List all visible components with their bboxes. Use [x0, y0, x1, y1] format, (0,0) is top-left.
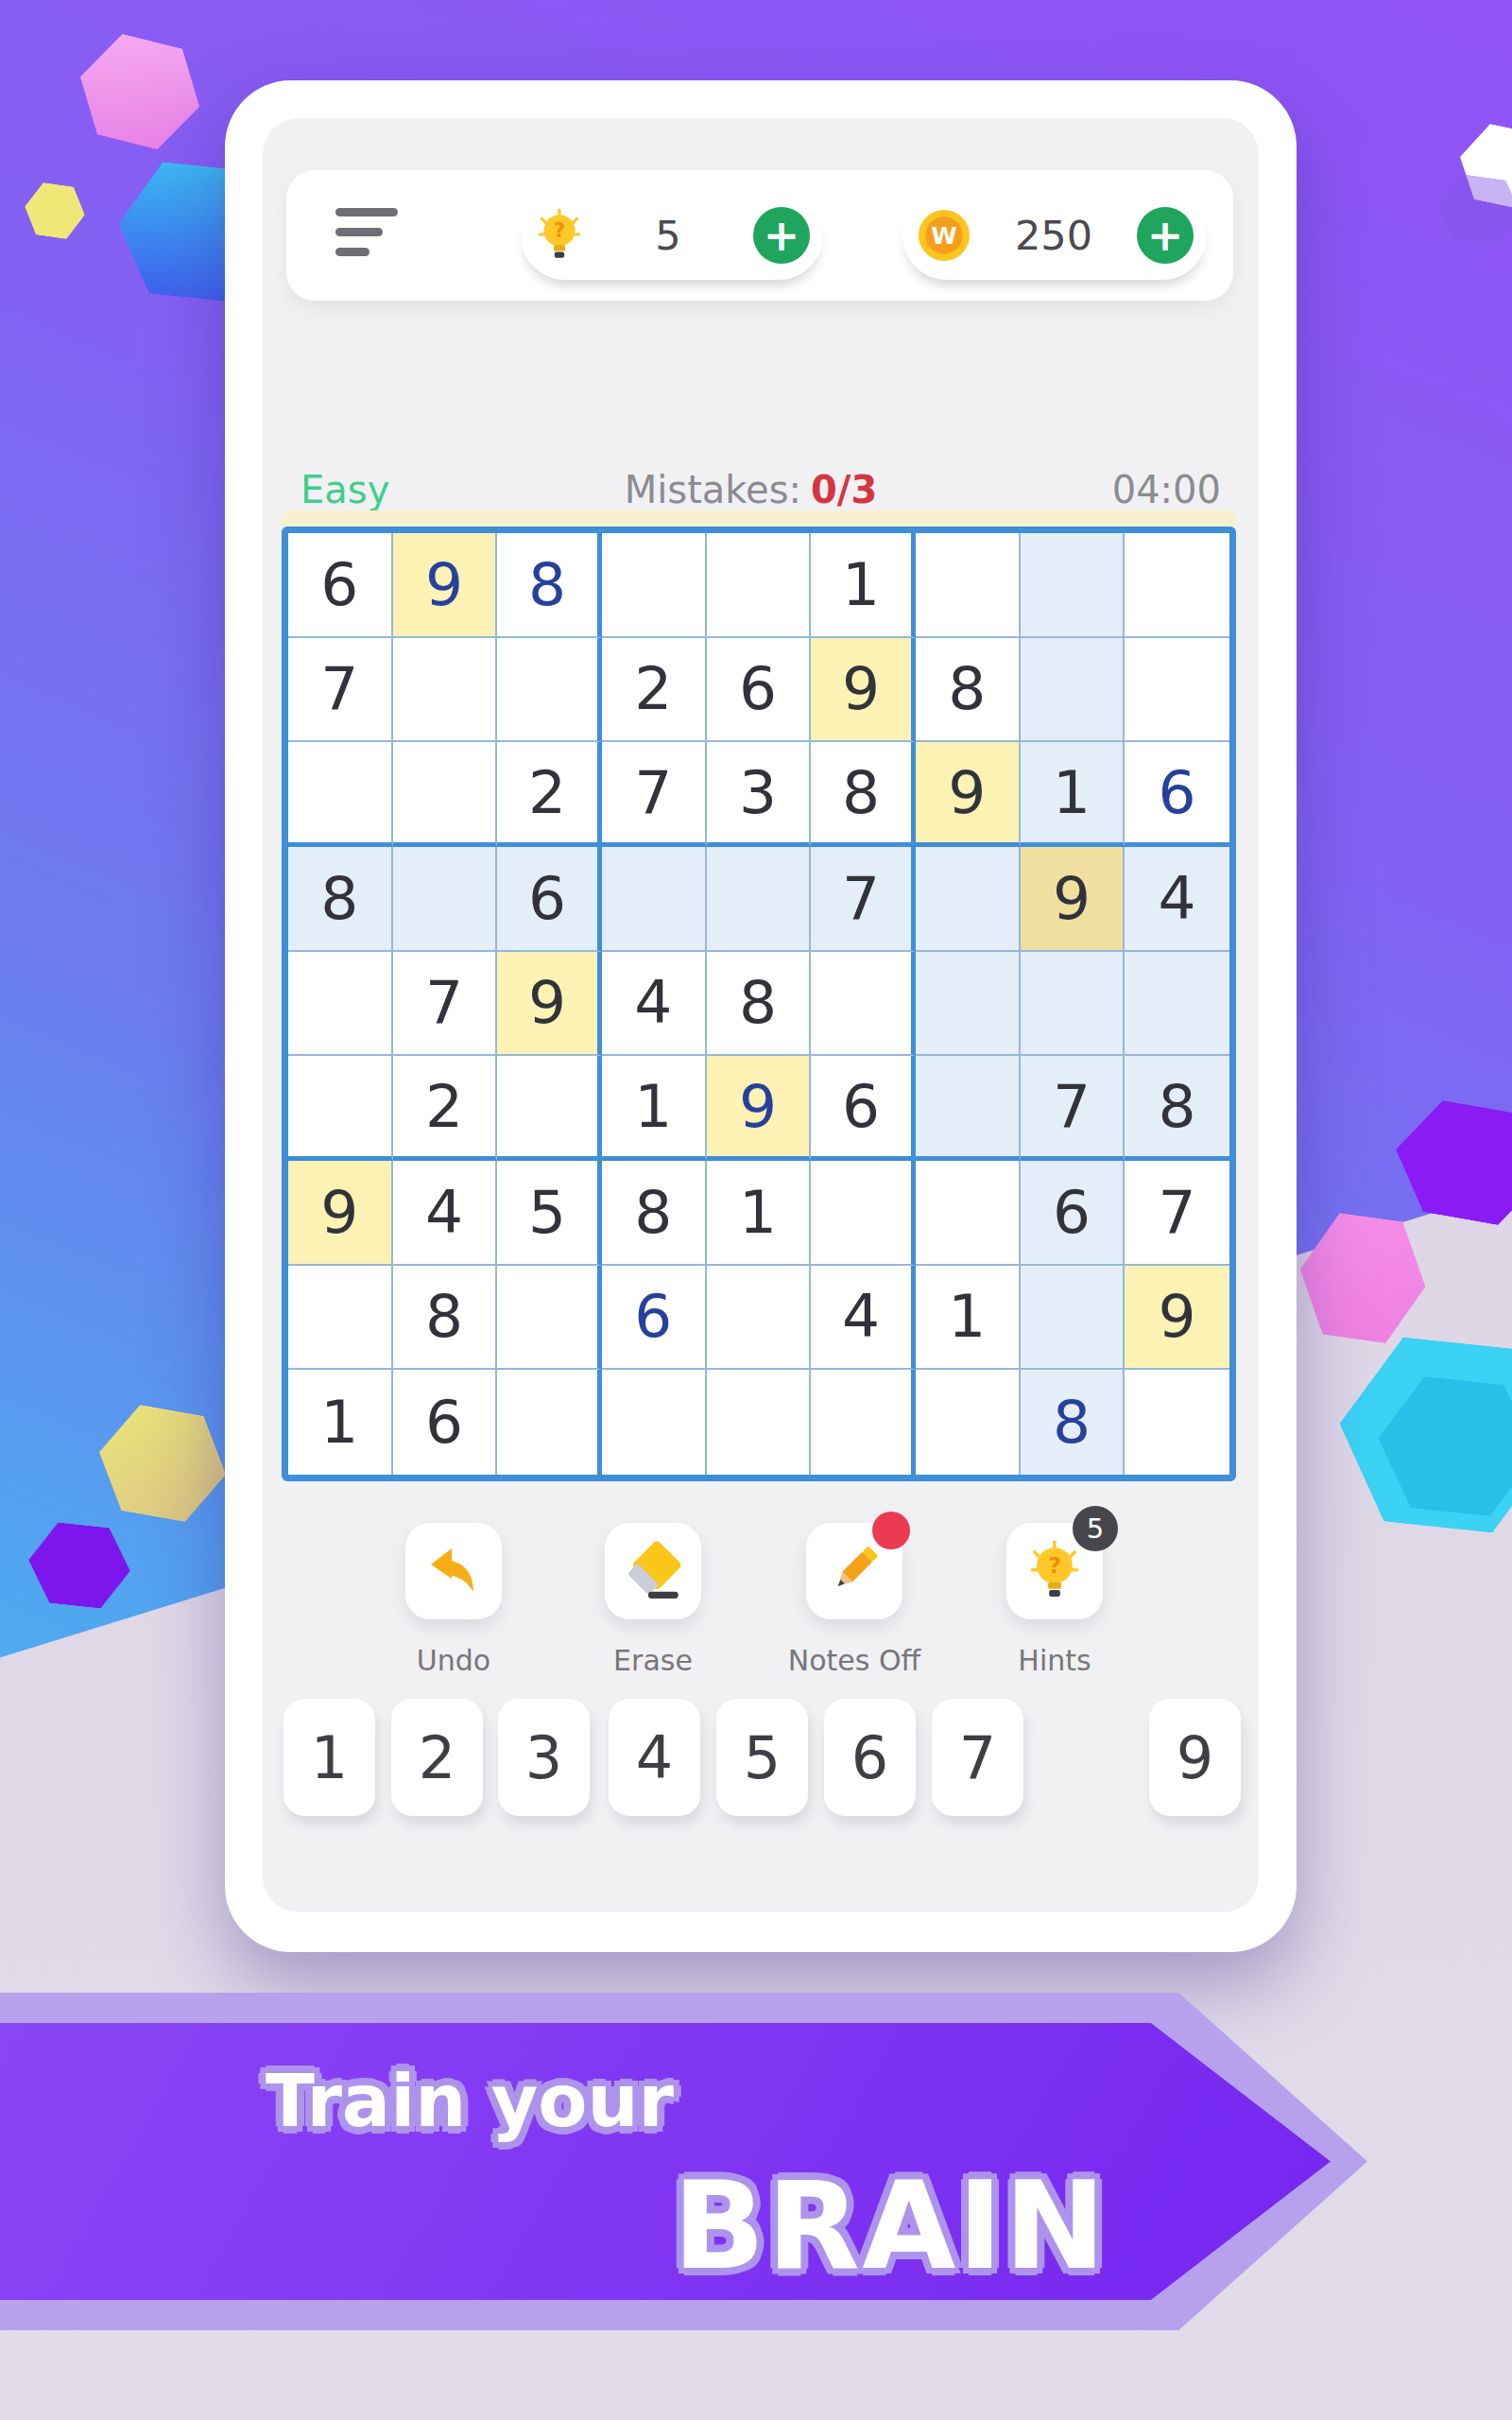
cell-r6c3[interactable]: [497, 1056, 602, 1161]
undo-label: Undo: [373, 1644, 534, 1677]
cell-r8c5[interactable]: [707, 1266, 812, 1371]
mistakes-counter: Mistakes:0/3: [625, 468, 878, 511]
hints-button[interactable]: ? 5: [1006, 1523, 1103, 1619]
cell-r2c2[interactable]: [393, 638, 498, 743]
numpad-key-5[interactable]: 5: [716, 1699, 808, 1816]
numpad-key-3[interactable]: 3: [498, 1699, 590, 1816]
cell-r3c6[interactable]: 8: [811, 742, 916, 847]
cell-r3c9[interactable]: 6: [1125, 742, 1229, 847]
timer: 04:00: [1112, 468, 1221, 511]
hint-bulb-icon: ?: [1027, 1540, 1082, 1602]
phone-screen: ? 5 + W 250 + Easy Mistakes:0/3 04:00 69…: [263, 118, 1259, 1912]
cell-r1c4[interactable]: [602, 533, 707, 638]
cell-r2c1[interactable]: 7: [288, 638, 393, 743]
cell-r4c4[interactable]: [602, 847, 707, 952]
cell-r3c4[interactable]: 7: [602, 742, 707, 847]
notes-button[interactable]: [806, 1523, 902, 1619]
cell-r5c2[interactable]: 7: [393, 952, 498, 1057]
svg-text:?: ?: [554, 219, 565, 242]
cell-r7c4[interactable]: 8: [602, 1161, 707, 1266]
cell-r5c1[interactable]: [288, 952, 393, 1057]
cell-r3c5[interactable]: 3: [707, 742, 812, 847]
cell-r5c3[interactable]: 9: [497, 952, 602, 1057]
cell-r7c1[interactable]: 9: [288, 1161, 393, 1266]
coins-resource-pill: W 250 +: [902, 191, 1207, 280]
cell-r9c6[interactable]: [811, 1370, 916, 1475]
banner-text-line2: BRAIN: [512, 2155, 1268, 2296]
stats-row: Easy Mistakes:0/3 04:00: [301, 468, 1221, 511]
cell-r4c1[interactable]: 8: [288, 847, 393, 952]
cell-r6c7[interactable]: [916, 1056, 1021, 1161]
cell-r4c5[interactable]: [707, 847, 812, 952]
cell-r7c2[interactable]: 4: [393, 1161, 498, 1266]
cell-r5c8[interactable]: [1021, 952, 1125, 1057]
cell-r4c6[interactable]: 7: [811, 847, 916, 952]
add-hints-button plus-icon[interactable]: +: [753, 207, 810, 264]
cell-r1c2[interactable]: 9: [393, 533, 498, 638]
undo-button[interactable]: [405, 1523, 502, 1619]
cell-r9c9[interactable]: [1125, 1370, 1229, 1475]
cell-r3c3[interactable]: 2: [497, 742, 602, 847]
svg-text:?: ?: [1048, 1552, 1061, 1579]
hints-count: 5: [583, 212, 753, 259]
mistakes-value: 0/3: [811, 468, 877, 511]
cell-r8c9[interactable]: 9: [1125, 1266, 1229, 1371]
difficulty-label: Easy: [301, 468, 389, 511]
numpad-key-7[interactable]: 7: [932, 1699, 1023, 1816]
cell-r5c4[interactable]: 4: [602, 952, 707, 1057]
numpad-key-1[interactable]: 1: [283, 1699, 375, 1816]
erase-tool: Erase: [573, 1523, 733, 1677]
cell-r1c9[interactable]: [1125, 533, 1229, 638]
notes-status-dot: [872, 1512, 910, 1549]
menu-icon[interactable]: [335, 208, 402, 263]
cell-r7c7[interactable]: [916, 1161, 1021, 1266]
numpad-key-2[interactable]: 2: [391, 1699, 483, 1816]
cell-r1c7[interactable]: [916, 533, 1021, 638]
erase-label: Erase: [573, 1644, 733, 1677]
undo-icon: [423, 1541, 484, 1601]
cell-r3c8[interactable]: 1: [1021, 742, 1125, 847]
cell-r9c7[interactable]: [916, 1370, 1021, 1475]
cell-r5c6[interactable]: [811, 952, 916, 1057]
cell-r9c1[interactable]: 1: [288, 1370, 393, 1475]
cell-r8c3[interactable]: [497, 1266, 602, 1371]
cell-r8c6[interactable]: 4: [811, 1266, 916, 1371]
cell-r9c5[interactable]: [707, 1370, 812, 1475]
cell-r5c5[interactable]: 8: [707, 952, 812, 1057]
cell-r7c3[interactable]: 5: [497, 1161, 602, 1266]
notes-label: Notes Off: [774, 1644, 935, 1677]
board-top-accent: [282, 510, 1236, 527]
cell-r3c7[interactable]: 9: [916, 742, 1021, 847]
cell-r6c5[interactable]: 9: [707, 1056, 812, 1161]
cell-r8c8[interactable]: [1021, 1266, 1125, 1371]
cell-r8c2[interactable]: 8: [393, 1266, 498, 1371]
cell-r9c8[interactable]: 8: [1021, 1370, 1125, 1475]
cell-r2c8[interactable]: [1021, 638, 1125, 743]
add-coins-button plus-icon[interactable]: +: [1137, 207, 1194, 264]
coins-count: 250: [971, 212, 1137, 259]
cell-r3c1[interactable]: [288, 742, 393, 847]
cell-r4c7[interactable]: [916, 847, 1021, 952]
numpad-key-6[interactable]: 6: [824, 1699, 916, 1816]
cell-r6c6[interactable]: 6: [811, 1056, 916, 1161]
cell-r9c4[interactable]: [602, 1370, 707, 1475]
cell-r2c4[interactable]: 2: [602, 638, 707, 743]
cell-r8c7[interactable]: 1: [916, 1266, 1021, 1371]
numpad-key-9[interactable]: 9: [1149, 1699, 1241, 1816]
cell-r9c2[interactable]: 6: [393, 1370, 498, 1475]
lightbulb-icon: ?: [536, 208, 583, 263]
cell-r8c1[interactable]: [288, 1266, 393, 1371]
eraser-icon: [622, 1540, 684, 1602]
cell-r8c4[interactable]: 6: [602, 1266, 707, 1371]
cell-r4c9[interactable]: 4: [1125, 847, 1229, 952]
cell-r2c9[interactable]: [1125, 638, 1229, 743]
cell-r6c8[interactable]: 7: [1021, 1056, 1125, 1161]
cell-r2c6[interactable]: 9: [811, 638, 916, 743]
cell-r5c9[interactable]: [1125, 952, 1229, 1057]
hints-tool: ? 5 Hints: [974, 1523, 1135, 1677]
cell-r6c2[interactable]: 2: [393, 1056, 498, 1161]
erase-button[interactable]: [605, 1523, 701, 1619]
cell-r4c8[interactable]: 9: [1021, 847, 1125, 952]
cell-r2c3[interactable]: [497, 638, 602, 743]
undo-tool: Undo: [373, 1523, 534, 1677]
cell-r7c9[interactable]: 7: [1125, 1161, 1229, 1266]
mistakes-label: Mistakes:: [625, 468, 801, 511]
cell-r4c2[interactable]: [393, 847, 498, 952]
cell-r6c4[interactable]: 1: [602, 1056, 707, 1161]
cell-r1c6[interactable]: 1: [811, 533, 916, 638]
cell-r7c6[interactable]: [811, 1161, 916, 1266]
cell-r5c7[interactable]: [916, 952, 1021, 1057]
sudoku-board: 6981726982738916867947948219678945816786…: [282, 527, 1236, 1481]
cell-r6c1[interactable]: [288, 1056, 393, 1161]
hints-count-badge: 5: [1073, 1506, 1118, 1551]
banner-text-line1: Train your: [92, 2059, 848, 2143]
cell-r7c8[interactable]: 6: [1021, 1161, 1125, 1266]
numpad-key-4[interactable]: 4: [609, 1699, 700, 1816]
cell-r1c1[interactable]: 6: [288, 533, 393, 638]
cell-r3c2[interactable]: [393, 742, 498, 847]
cell-r1c5[interactable]: [707, 533, 812, 638]
cell-r4c3[interactable]: 6: [497, 847, 602, 952]
hints-label: Hints: [974, 1644, 1135, 1677]
cell-r6c9[interactable]: 8: [1125, 1056, 1229, 1161]
hints-resource-pill: ? 5 +: [521, 191, 823, 280]
cell-r7c5[interactable]: 1: [707, 1161, 812, 1266]
cell-r1c8[interactable]: [1021, 533, 1125, 638]
cell-r1c3[interactable]: 8: [497, 533, 602, 638]
cell-r2c5[interactable]: 6: [707, 638, 812, 743]
top-bar: ? 5 + W 250 +: [286, 170, 1233, 301]
cell-r2c7[interactable]: 8: [916, 638, 1021, 743]
w-coin-icon: W: [918, 209, 971, 262]
svg-text:W: W: [931, 222, 956, 250]
pencil-icon: [824, 1541, 885, 1601]
cell-r9c3[interactable]: [497, 1370, 602, 1475]
notes-tool: Notes Off: [774, 1523, 935, 1677]
